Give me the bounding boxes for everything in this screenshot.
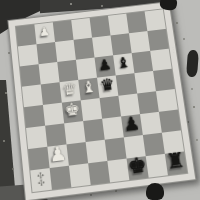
board-square-a2[interactable]: ♟ <box>34 22 55 44</box>
board-square-h4[interactable] <box>88 161 110 185</box>
offboard-black-piece-bottom-edge[interactable] <box>146 183 164 200</box>
white-bishop[interactable]: ♝ <box>81 78 97 95</box>
board-square-f4[interactable] <box>83 119 105 142</box>
board-ornament-stamp: ✣✣ <box>37 172 45 188</box>
board-square-e2[interactable] <box>43 103 64 126</box>
board-square-d1[interactable] <box>22 84 43 107</box>
board-square-f1[interactable] <box>26 126 47 149</box>
board-square-e1[interactable] <box>24 105 45 128</box>
board-square-c2[interactable] <box>39 62 60 84</box>
board-square-a4[interactable] <box>71 18 92 40</box>
black-bishop[interactable]: ♝ <box>116 55 131 71</box>
black-pawn[interactable]: ♟ <box>97 57 112 73</box>
white-king[interactable]: ♚ <box>64 100 81 119</box>
board-square-f3[interactable] <box>64 121 85 144</box>
board-square-a3[interactable] <box>53 20 74 42</box>
board-square-g1[interactable] <box>28 147 49 171</box>
black-king[interactable]: ♚ <box>126 154 148 177</box>
board-square-b4[interactable] <box>74 38 95 60</box>
board-square-e8[interactable] <box>156 89 178 112</box>
black-rook[interactable]: ♜ <box>165 149 187 172</box>
board-square-h8[interactable]: ♜ <box>165 151 187 175</box>
board-square-h3[interactable] <box>69 163 91 187</box>
chess-board[interactable]: ♟♟♝♛♝♛♚♟♟✣✣♚♜ ···· ··· <box>7 1 196 200</box>
board-square-g4[interactable] <box>86 140 108 164</box>
board-square-c1[interactable] <box>20 64 41 86</box>
board-square-f8[interactable] <box>159 110 181 133</box>
board-square-b8[interactable] <box>147 29 168 51</box>
white-queen[interactable]: ♛ <box>62 81 78 98</box>
photo-noise-speckles <box>0 0 2 2</box>
board-square-e3[interactable]: ♚ <box>62 100 83 123</box>
board-square-a8[interactable] <box>145 9 166 31</box>
board-square-a5[interactable] <box>90 16 111 38</box>
board-square-g3[interactable] <box>67 142 89 166</box>
white-pawn[interactable]: ♟ <box>48 143 68 165</box>
board-square-d8[interactable] <box>153 69 175 92</box>
board-square-b2[interactable] <box>36 42 57 64</box>
board-square-b1[interactable] <box>18 44 39 66</box>
black-pawn[interactable]: ♟ <box>122 113 141 133</box>
board-square-a1[interactable] <box>16 25 37 47</box>
board-square-c8[interactable] <box>150 49 171 71</box>
board-square-h2[interactable] <box>50 166 72 190</box>
black-queen[interactable]: ♛ <box>99 76 115 93</box>
board-square-g2[interactable]: ♟ <box>47 144 69 168</box>
offboard-black-piece-right-edge[interactable] <box>186 50 199 78</box>
chess-photo-scene: ♟♟♝♛♝♛♚♟♟✣✣♚♜ ···· ··· <box>0 0 200 200</box>
board-square-d4[interactable]: ♝ <box>78 78 99 101</box>
board-square-e4[interactable] <box>81 98 102 121</box>
board-square-d2[interactable] <box>41 82 62 105</box>
board-square-d5[interactable]: ♛ <box>97 75 118 98</box>
board-grid: ♟♟♝♛♝♛♚♟♟✣✣♚♜ <box>16 9 187 192</box>
board-square-h1[interactable]: ✣✣ <box>30 168 52 192</box>
white-pawn[interactable]: ♟ <box>38 25 50 38</box>
board-square-b3[interactable] <box>55 40 76 62</box>
